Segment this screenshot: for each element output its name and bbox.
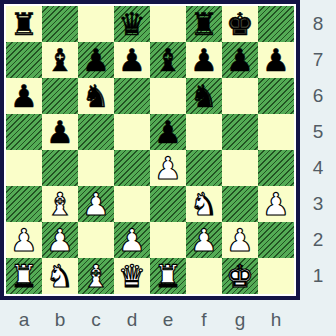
square-e6[interactable] (150, 78, 186, 114)
piece-white-pawn[interactable]: ♟ (190, 222, 218, 258)
piece-black-bishop[interactable]: ♝ (46, 42, 74, 78)
square-h7[interactable]: ♟ (258, 42, 294, 78)
piece-white-pawn[interactable]: ♟ (154, 150, 182, 186)
square-e5[interactable]: ♟ (150, 114, 186, 150)
board-frame: ♜♛♜♚♝♟♟♝♟♟♟♟♞♞♟♟♟♝♟♞♟♟♟♟♟♟♜♞♝♛♜♚ (0, 0, 300, 300)
square-f6[interactable]: ♞ (186, 78, 222, 114)
square-h1[interactable] (258, 258, 294, 294)
square-f3[interactable]: ♞ (186, 186, 222, 222)
file-label-c: c (78, 302, 114, 334)
file-label-h: h (258, 302, 294, 334)
piece-black-pawn[interactable]: ♟ (82, 42, 110, 78)
piece-white-queen[interactable]: ♛ (118, 258, 146, 294)
piece-black-rook[interactable]: ♜ (190, 6, 218, 42)
square-h2[interactable] (258, 222, 294, 258)
piece-black-pawn[interactable]: ♟ (262, 42, 290, 78)
piece-black-knight[interactable]: ♞ (190, 78, 218, 114)
square-c8[interactable] (78, 6, 114, 42)
square-c1[interactable]: ♝ (78, 258, 114, 294)
piece-white-rook[interactable]: ♜ (154, 258, 182, 294)
square-f1[interactable] (186, 258, 222, 294)
square-f4[interactable] (186, 150, 222, 186)
square-c5[interactable] (78, 114, 114, 150)
rank-label-7: 7 (300, 42, 336, 78)
square-f7[interactable]: ♟ (186, 42, 222, 78)
square-a1[interactable]: ♜ (6, 258, 42, 294)
square-d4[interactable] (114, 150, 150, 186)
square-a2[interactable]: ♟ (6, 222, 42, 258)
square-a8[interactable]: ♜ (6, 6, 42, 42)
square-g5[interactable] (222, 114, 258, 150)
board: ♜♛♜♚♝♟♟♝♟♟♟♟♞♞♟♟♟♝♟♞♟♟♟♟♟♟♜♞♝♛♜♚ (6, 6, 294, 294)
piece-white-king[interactable]: ♚ (226, 258, 254, 294)
piece-white-pawn[interactable]: ♟ (10, 222, 38, 258)
file-label-f: f (186, 302, 222, 334)
square-e4[interactable]: ♟ (150, 150, 186, 186)
square-a4[interactable] (6, 150, 42, 186)
square-c7[interactable]: ♟ (78, 42, 114, 78)
piece-white-rook[interactable]: ♜ (10, 258, 38, 294)
square-d3[interactable] (114, 186, 150, 222)
square-h5[interactable] (258, 114, 294, 150)
square-f8[interactable]: ♜ (186, 6, 222, 42)
piece-white-pawn[interactable]: ♟ (262, 186, 290, 222)
square-g7[interactable]: ♟ (222, 42, 258, 78)
square-h6[interactable] (258, 78, 294, 114)
piece-black-bishop[interactable]: ♝ (154, 42, 182, 78)
square-g4[interactable] (222, 150, 258, 186)
piece-black-pawn[interactable]: ♟ (10, 78, 38, 114)
piece-black-king[interactable]: ♚ (226, 6, 254, 42)
square-e3[interactable] (150, 186, 186, 222)
rank-label-5: 5 (300, 114, 336, 150)
square-a6[interactable]: ♟ (6, 78, 42, 114)
file-label-d: d (114, 302, 150, 334)
file-label-b: b (42, 302, 78, 334)
rank-label-6: 6 (300, 78, 336, 114)
piece-black-queen[interactable]: ♛ (118, 6, 146, 42)
piece-black-pawn[interactable]: ♟ (46, 114, 74, 150)
rank-label-4: 4 (300, 150, 336, 186)
square-c6[interactable]: ♞ (78, 78, 114, 114)
piece-white-pawn[interactable]: ♟ (118, 222, 146, 258)
piece-white-bishop[interactable]: ♝ (82, 258, 110, 294)
piece-white-knight[interactable]: ♞ (46, 258, 74, 294)
square-a3[interactable] (6, 186, 42, 222)
square-h8[interactable] (258, 6, 294, 42)
square-g1[interactable]: ♚ (222, 258, 258, 294)
file-label-e: e (150, 302, 186, 334)
square-b6[interactable] (42, 78, 78, 114)
square-g3[interactable] (222, 186, 258, 222)
rank-label-1: 1 (300, 258, 336, 294)
piece-white-pawn[interactable]: ♟ (46, 222, 74, 258)
square-b3[interactable]: ♝ (42, 186, 78, 222)
square-d6[interactable] (114, 78, 150, 114)
square-g2[interactable]: ♟ (222, 222, 258, 258)
square-d8[interactable]: ♛ (114, 6, 150, 42)
square-g6[interactable] (222, 78, 258, 114)
piece-black-knight[interactable]: ♞ (82, 78, 110, 114)
square-b5[interactable]: ♟ (42, 114, 78, 150)
square-b8[interactable] (42, 6, 78, 42)
square-e2[interactable] (150, 222, 186, 258)
rank-label-8: 8 (300, 6, 336, 42)
square-d1[interactable]: ♛ (114, 258, 150, 294)
square-f2[interactable]: ♟ (186, 222, 222, 258)
square-c4[interactable] (78, 150, 114, 186)
piece-white-pawn[interactable]: ♟ (82, 186, 110, 222)
file-label-a: a (6, 302, 42, 334)
square-c3[interactable]: ♟ (78, 186, 114, 222)
file-labels: abcdefgh (6, 302, 294, 334)
rank-label-2: 2 (300, 222, 336, 258)
square-e1[interactable]: ♜ (150, 258, 186, 294)
square-b2[interactable]: ♟ (42, 222, 78, 258)
chess-board-panel: ♜♛♜♚♝♟♟♝♟♟♟♟♞♞♟♟♟♝♟♞♟♟♟♟♟♟♜♞♝♛♜♚ 8765432… (0, 0, 336, 336)
square-d2[interactable]: ♟ (114, 222, 150, 258)
square-a7[interactable] (6, 42, 42, 78)
piece-black-pawn[interactable]: ♟ (118, 42, 146, 78)
square-b7[interactable]: ♝ (42, 42, 78, 78)
piece-black-pawn[interactable]: ♟ (226, 42, 254, 78)
square-f5[interactable] (186, 114, 222, 150)
piece-black-pawn[interactable]: ♟ (154, 114, 182, 150)
square-a5[interactable] (6, 114, 42, 150)
square-c2[interactable] (78, 222, 114, 258)
square-d5[interactable] (114, 114, 150, 150)
piece-white-bishop[interactable]: ♝ (46, 186, 74, 222)
piece-black-pawn[interactable]: ♟ (190, 42, 218, 78)
rank-labels: 87654321 (300, 6, 336, 294)
square-h3[interactable]: ♟ (258, 186, 294, 222)
piece-white-pawn[interactable]: ♟ (226, 222, 254, 258)
square-h4[interactable] (258, 150, 294, 186)
square-e8[interactable] (150, 6, 186, 42)
square-g8[interactable]: ♚ (222, 6, 258, 42)
file-label-g: g (222, 302, 258, 334)
square-b1[interactable]: ♞ (42, 258, 78, 294)
square-b4[interactable] (42, 150, 78, 186)
square-d7[interactable]: ♟ (114, 42, 150, 78)
square-e7[interactable]: ♝ (150, 42, 186, 78)
rank-label-3: 3 (300, 186, 336, 222)
piece-black-rook[interactable]: ♜ (10, 6, 38, 42)
piece-white-knight[interactable]: ♞ (190, 186, 218, 222)
